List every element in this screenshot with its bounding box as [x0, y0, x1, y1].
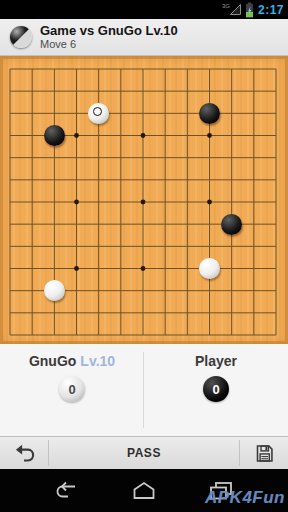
stone-black	[221, 214, 242, 235]
opponent-name-row: GnuGoLv.10	[0, 353, 144, 369]
player-name: Player	[144, 353, 288, 369]
opponent-name: GnuGo	[29, 353, 76, 369]
stone-white	[88, 103, 109, 124]
screen: 3G 2:17 Game vs GnuGo Lv.10 Move 6 GnuGo…	[0, 0, 288, 512]
signal-strength-icon	[229, 3, 242, 16]
nav-back-button[interactable]	[37, 469, 97, 512]
battery-charging-icon	[245, 2, 254, 18]
back-icon	[54, 481, 80, 500]
undo-button[interactable]	[0, 437, 48, 469]
move-counter: Move 6	[40, 38, 178, 51]
clock: 2:17	[258, 3, 284, 17]
status-bar: 3G 2:17	[0, 0, 288, 19]
stone-black	[199, 103, 220, 124]
header-text: Game vs GnuGo Lv.10 Move 6	[40, 23, 178, 51]
android-nav-bar: APK4Fun	[0, 469, 288, 512]
save-icon	[254, 443, 275, 464]
stone-white	[44, 280, 65, 301]
player-score-panel: Player 0	[144, 344, 288, 436]
home-icon	[130, 481, 158, 500]
page-title: Game vs GnuGo Lv.10	[40, 23, 178, 38]
nav-home-button[interactable]	[114, 469, 174, 512]
opponent-score-panel: GnuGoLv.10 0	[0, 344, 144, 436]
last-move-marker	[93, 107, 102, 116]
app-icon-go-stone	[10, 26, 32, 48]
watermark: APK4Fun	[205, 488, 285, 508]
stone-black	[44, 125, 65, 146]
scoreboard: GnuGoLv.10 0 Player 0	[0, 344, 288, 436]
save-button[interactable]	[240, 437, 288, 469]
pass-button[interactable]: PASS	[49, 437, 239, 469]
toolbar: PASS	[0, 436, 288, 469]
opponent-level: Lv.10	[80, 353, 115, 369]
black-capture-counter: 0	[203, 376, 229, 402]
header: Game vs GnuGo Lv.10 Move 6	[0, 19, 288, 56]
go-board[interactable]	[0, 56, 288, 344]
stone-white	[199, 258, 220, 279]
white-capture-counter: 0	[59, 376, 85, 402]
undo-icon	[13, 442, 36, 464]
pass-button-label: PASS	[127, 446, 161, 460]
